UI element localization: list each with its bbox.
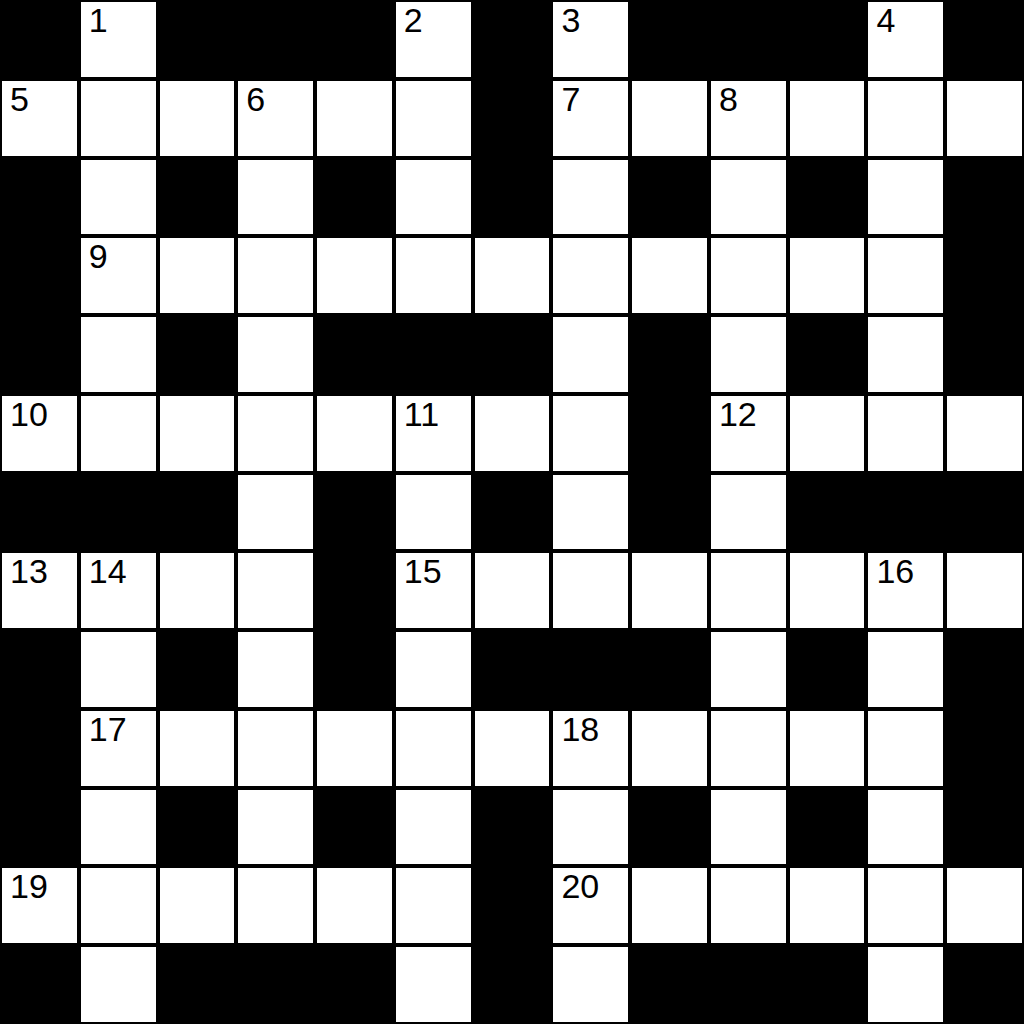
grid-cell[interactable] — [788, 79, 867, 158]
clue-number: 14 — [89, 554, 127, 590]
grid-cell[interactable] — [79, 788, 158, 867]
grid-cell[interactable] — [945, 866, 1024, 945]
block-cell — [473, 630, 552, 709]
clue-number: 9 — [89, 239, 108, 275]
grid-cell[interactable]: 14 — [79, 551, 158, 630]
block-cell — [158, 473, 237, 552]
grid-cell[interactable] — [236, 473, 315, 552]
block-cell — [315, 158, 394, 237]
grid-cell[interactable] — [473, 551, 552, 630]
grid-cell[interactable]: 9 — [79, 236, 158, 315]
grid-cell[interactable] — [551, 394, 630, 473]
grid-cell[interactable] — [236, 315, 315, 394]
grid-cell[interactable] — [394, 473, 473, 552]
clue-number: 12 — [719, 397, 757, 433]
grid-cell[interactable] — [394, 866, 473, 945]
grid-cell[interactable] — [236, 709, 315, 788]
grid-cell[interactable] — [866, 236, 945, 315]
grid-cell[interactable] — [315, 79, 394, 158]
grid-cell[interactable] — [158, 551, 237, 630]
block-cell — [473, 866, 552, 945]
grid-cell[interactable] — [236, 158, 315, 237]
block-cell — [0, 236, 79, 315]
block-cell — [630, 630, 709, 709]
block-cell — [158, 630, 237, 709]
clue-number: 2 — [404, 3, 423, 39]
grid-cell[interactable] — [158, 709, 237, 788]
clue-number: 13 — [10, 554, 48, 590]
block-cell — [945, 0, 1024, 79]
grid-cell[interactable]: 10 — [0, 394, 79, 473]
grid-cell[interactable] — [866, 158, 945, 237]
block-cell — [945, 630, 1024, 709]
grid-cell[interactable] — [236, 236, 315, 315]
block-cell — [315, 630, 394, 709]
grid-cell[interactable] — [866, 866, 945, 945]
clue-number: 10 — [10, 397, 48, 433]
clue-number: 19 — [10, 869, 48, 905]
clue-number: 5 — [10, 82, 29, 118]
grid-cell[interactable] — [79, 158, 158, 237]
grid-cell[interactable]: 5 — [0, 79, 79, 158]
block-cell — [315, 315, 394, 394]
crossword-board: 1234567891011121314151617181920 — [0, 0, 1024, 1024]
grid-cell[interactable] — [394, 788, 473, 867]
grid-cell[interactable] — [945, 79, 1024, 158]
grid-cell[interactable] — [79, 315, 158, 394]
grid-cell[interactable] — [866, 709, 945, 788]
grid-cell[interactable] — [473, 394, 552, 473]
clue-number: 11 — [404, 397, 439, 433]
block-cell — [473, 79, 552, 158]
block-cell — [630, 394, 709, 473]
block-cell — [788, 315, 867, 394]
grid-cell[interactable] — [551, 551, 630, 630]
block-cell — [630, 158, 709, 237]
grid-cell[interactable] — [158, 79, 237, 158]
block-cell — [788, 0, 867, 79]
grid-cell[interactable] — [394, 630, 473, 709]
grid-cell[interactable]: 4 — [866, 0, 945, 79]
grid-cell[interactable] — [473, 709, 552, 788]
block-cell — [0, 0, 79, 79]
grid-cell[interactable]: 15 — [394, 551, 473, 630]
grid-cell[interactable] — [709, 788, 788, 867]
grid-cell[interactable] — [79, 630, 158, 709]
grid-cell[interactable] — [551, 315, 630, 394]
block-cell — [236, 0, 315, 79]
block-cell — [158, 0, 237, 79]
grid-cell[interactable] — [394, 158, 473, 237]
block-cell — [630, 473, 709, 552]
grid-cell[interactable] — [236, 551, 315, 630]
grid-cell[interactable]: 6 — [236, 79, 315, 158]
grid-cell[interactable] — [866, 630, 945, 709]
grid-cell[interactable] — [79, 79, 158, 158]
clue-number: 4 — [876, 3, 895, 39]
clue-number: 8 — [719, 82, 738, 118]
grid-cell[interactable] — [315, 236, 394, 315]
block-cell — [630, 945, 709, 1024]
grid-cell[interactable]: 20 — [551, 866, 630, 945]
grid-cell[interactable] — [709, 315, 788, 394]
block-cell — [945, 945, 1024, 1024]
clue-number: 20 — [561, 869, 599, 905]
block-cell — [945, 788, 1024, 867]
block-cell — [315, 945, 394, 1024]
grid-cell[interactable]: 13 — [0, 551, 79, 630]
grid-cell[interactable] — [630, 866, 709, 945]
grid-cell[interactable] — [236, 630, 315, 709]
grid-cell[interactable] — [551, 236, 630, 315]
grid-cell[interactable]: 1 — [79, 0, 158, 79]
grid-cell[interactable] — [394, 236, 473, 315]
block-cell — [945, 236, 1024, 315]
clue-number: 15 — [404, 554, 442, 590]
grid-cell[interactable] — [945, 551, 1024, 630]
grid-cell[interactable]: 2 — [394, 0, 473, 79]
block-cell — [788, 158, 867, 237]
block-cell — [0, 315, 79, 394]
grid-cell[interactable] — [709, 630, 788, 709]
grid-cell[interactable] — [866, 788, 945, 867]
grid-cell[interactable] — [630, 236, 709, 315]
grid-cell[interactable] — [551, 945, 630, 1024]
block-cell — [709, 945, 788, 1024]
block-cell — [945, 315, 1024, 394]
block-cell — [0, 630, 79, 709]
grid-cell[interactable] — [158, 236, 237, 315]
grid-cell[interactable]: 7 — [551, 79, 630, 158]
grid-cell[interactable] — [394, 945, 473, 1024]
grid-cell[interactable]: 18 — [551, 709, 630, 788]
clue-number: 6 — [246, 82, 265, 118]
grid-cell[interactable] — [709, 236, 788, 315]
grid-cell[interactable] — [473, 236, 552, 315]
clue-number: 7 — [561, 82, 580, 118]
grid-cell[interactable]: 8 — [709, 79, 788, 158]
grid-cell[interactable] — [866, 394, 945, 473]
grid-cell[interactable] — [945, 394, 1024, 473]
grid-cell[interactable]: 12 — [709, 394, 788, 473]
block-cell — [473, 158, 552, 237]
grid-cell[interactable] — [394, 79, 473, 158]
block-cell — [473, 945, 552, 1024]
grid-cell[interactable] — [788, 551, 867, 630]
grid-cell[interactable] — [394, 709, 473, 788]
grid-cell[interactable] — [551, 473, 630, 552]
grid-cell[interactable] — [315, 709, 394, 788]
block-cell — [394, 315, 473, 394]
block-cell — [0, 473, 79, 552]
block-cell — [0, 158, 79, 237]
block-cell — [788, 945, 867, 1024]
block-cell — [315, 0, 394, 79]
grid-cell[interactable] — [709, 158, 788, 237]
block-cell — [945, 473, 1024, 552]
clue-number: 17 — [89, 712, 127, 748]
grid-cell[interactable] — [788, 394, 867, 473]
clue-number: 1 — [89, 3, 108, 39]
grid-cell[interactable] — [709, 866, 788, 945]
grid-cell[interactable] — [315, 394, 394, 473]
grid-cell[interactable]: 3 — [551, 0, 630, 79]
grid-cell[interactable] — [630, 79, 709, 158]
grid-cell[interactable] — [709, 551, 788, 630]
grid-cell[interactable] — [709, 473, 788, 552]
grid-cell[interactable] — [79, 945, 158, 1024]
block-cell — [79, 473, 158, 552]
clue-number: 18 — [561, 712, 599, 748]
grid-cell[interactable] — [236, 788, 315, 867]
block-cell — [473, 473, 552, 552]
grid-cell[interactable]: 11 — [394, 394, 473, 473]
clue-number: 3 — [561, 3, 580, 39]
block-cell — [551, 630, 630, 709]
block-cell — [709, 0, 788, 79]
block-cell — [315, 788, 394, 867]
block-cell — [630, 315, 709, 394]
block-cell — [315, 473, 394, 552]
grid-cell[interactable] — [788, 866, 867, 945]
block-cell — [158, 788, 237, 867]
block-cell — [158, 315, 237, 394]
grid-cell[interactable] — [551, 158, 630, 237]
block-cell — [236, 945, 315, 1024]
grid-cell[interactable] — [79, 394, 158, 473]
block-cell — [788, 630, 867, 709]
block-cell — [158, 945, 237, 1024]
block-cell — [0, 788, 79, 867]
block-cell — [788, 473, 867, 552]
grid-cell[interactable] — [788, 236, 867, 315]
grid-cell[interactable] — [866, 315, 945, 394]
grid-cell[interactable] — [788, 709, 867, 788]
grid-cell[interactable] — [79, 866, 158, 945]
block-cell — [945, 158, 1024, 237]
grid-cell[interactable] — [236, 394, 315, 473]
block-cell — [788, 788, 867, 867]
grid-cell[interactable] — [866, 79, 945, 158]
block-cell — [473, 788, 552, 867]
block-cell — [0, 709, 79, 788]
grid-cell[interactable] — [630, 551, 709, 630]
block-cell — [0, 945, 79, 1024]
grid-cell[interactable] — [236, 866, 315, 945]
grid-cell[interactable]: 17 — [79, 709, 158, 788]
block-cell — [473, 0, 552, 79]
block-cell — [315, 551, 394, 630]
block-cell — [630, 0, 709, 79]
block-cell — [945, 709, 1024, 788]
grid-cell[interactable] — [630, 709, 709, 788]
grid-cell[interactable] — [551, 788, 630, 867]
block-cell — [866, 473, 945, 552]
grid-cell[interactable]: 16 — [866, 551, 945, 630]
block-cell — [630, 788, 709, 867]
grid-cell[interactable] — [709, 709, 788, 788]
grid-cell[interactable] — [315, 866, 394, 945]
block-cell — [158, 158, 237, 237]
grid-cell[interactable] — [158, 866, 237, 945]
clue-number: 16 — [876, 554, 914, 590]
grid-cell[interactable] — [866, 945, 945, 1024]
grid-cell[interactable]: 19 — [0, 866, 79, 945]
grid-cell[interactable] — [158, 394, 237, 473]
block-cell — [473, 315, 552, 394]
